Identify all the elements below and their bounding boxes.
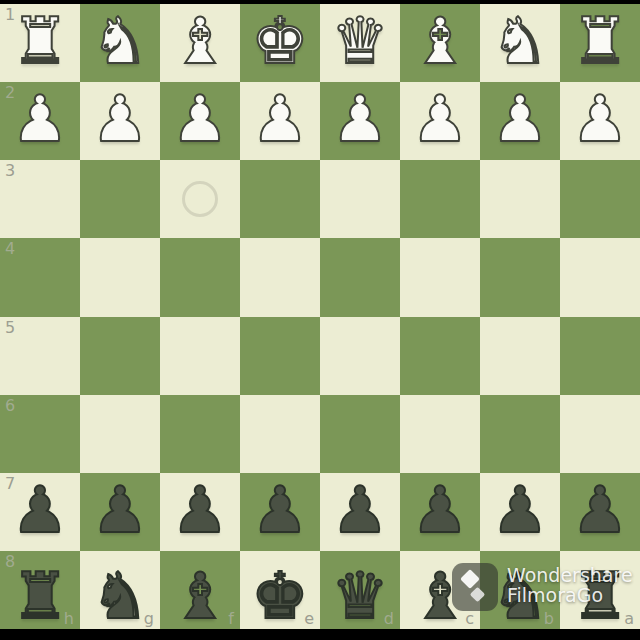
watermark-text: Wondershare FilmoraGo (507, 566, 633, 606)
piece-white-knight[interactable]: ♞ (491, 9, 548, 73)
square-a7[interactable]: ♟ (560, 473, 640, 551)
rank-label-4: 4 (5, 241, 15, 257)
square-h1[interactable]: 1♜ (0, 4, 80, 82)
video-frame: 1♜♞♝♚♛♝♞♜2♟♟♟♟♟♟♟♟34567♟♟♟♟♟♟♟♟8h♜g♞f♝e♚… (0, 0, 640, 640)
piece-white-pawn[interactable]: ♟ (251, 87, 308, 151)
square-f7[interactable]: ♟ (160, 473, 240, 551)
piece-black-rook[interactable]: ♜ (11, 564, 68, 628)
piece-black-pawn[interactable]: ♟ (91, 478, 148, 542)
watermark-line1: Wondershare (507, 566, 633, 586)
square-h4[interactable]: 4 (0, 238, 80, 316)
square-f5[interactable] (160, 317, 240, 395)
square-h5[interactable]: 5 (0, 317, 80, 395)
square-h6[interactable]: 6 (0, 395, 80, 473)
square-f3[interactable] (160, 160, 240, 238)
square-h8[interactable]: 8h♜ (0, 551, 80, 629)
piece-white-rook[interactable]: ♜ (571, 9, 628, 73)
square-e8[interactable]: e♚ (240, 551, 320, 629)
piece-black-pawn[interactable]: ♟ (411, 478, 468, 542)
square-e4[interactable] (240, 238, 320, 316)
piece-white-pawn[interactable]: ♟ (91, 87, 148, 151)
piece-white-king[interactable]: ♚ (251, 9, 308, 73)
piece-black-pawn[interactable]: ♟ (11, 478, 68, 542)
square-a6[interactable] (560, 395, 640, 473)
square-a3[interactable] (560, 160, 640, 238)
rank-label-6: 6 (5, 398, 15, 414)
chess-board: 1♜♞♝♚♛♝♞♜2♟♟♟♟♟♟♟♟34567♟♟♟♟♟♟♟♟8h♜g♞f♝e♚… (0, 4, 640, 629)
square-e6[interactable] (240, 395, 320, 473)
move-hint-ring (182, 181, 218, 217)
square-c5[interactable] (400, 317, 480, 395)
piece-black-queen[interactable]: ♛ (331, 564, 388, 628)
square-g4[interactable] (80, 238, 160, 316)
square-d5[interactable] (320, 317, 400, 395)
letterbox-top-bar (0, 0, 640, 4)
filmora-logo-icon (452, 563, 498, 611)
square-g5[interactable] (80, 317, 160, 395)
piece-black-pawn[interactable]: ♟ (571, 478, 628, 542)
square-d1[interactable]: ♛ (320, 4, 400, 82)
square-g1[interactable]: ♞ (80, 4, 160, 82)
piece-white-pawn[interactable]: ♟ (331, 87, 388, 151)
square-b3[interactable] (480, 160, 560, 238)
rank-label-3: 3 (5, 163, 15, 179)
square-d3[interactable] (320, 160, 400, 238)
piece-black-pawn[interactable]: ♟ (171, 478, 228, 542)
letterbox-bottom-bar (0, 629, 640, 640)
square-e1[interactable]: ♚ (240, 4, 320, 82)
watermark-line2: FilmoraGo (507, 586, 633, 606)
square-h3[interactable]: 3 (0, 160, 80, 238)
square-b5[interactable] (480, 317, 560, 395)
square-b4[interactable] (480, 238, 560, 316)
square-a4[interactable] (560, 238, 640, 316)
square-g8[interactable]: g♞ (80, 551, 160, 629)
watermark: Wondershare FilmoraGo (452, 563, 633, 611)
square-h7[interactable]: 7♟ (0, 473, 80, 551)
square-g3[interactable] (80, 160, 160, 238)
square-d4[interactable] (320, 238, 400, 316)
file-label-f: f (228, 611, 234, 627)
square-b2[interactable]: ♟ (480, 82, 560, 160)
piece-white-bishop[interactable]: ♝ (411, 9, 468, 73)
square-g6[interactable] (80, 395, 160, 473)
square-c4[interactable] (400, 238, 480, 316)
square-e2[interactable]: ♟ (240, 82, 320, 160)
square-g2[interactable]: ♟ (80, 82, 160, 160)
square-e5[interactable] (240, 317, 320, 395)
piece-white-rook[interactable]: ♜ (11, 9, 68, 73)
square-b7[interactable]: ♟ (480, 473, 560, 551)
square-f6[interactable] (160, 395, 240, 473)
piece-black-king[interactable]: ♚ (251, 564, 308, 628)
square-d6[interactable] (320, 395, 400, 473)
square-e3[interactable] (240, 160, 320, 238)
piece-black-pawn[interactable]: ♟ (331, 478, 388, 542)
piece-white-pawn[interactable]: ♟ (11, 87, 68, 151)
square-f1[interactable]: ♝ (160, 4, 240, 82)
square-f8[interactable]: f♝ (160, 551, 240, 629)
square-c2[interactable]: ♟ (400, 82, 480, 160)
square-d8[interactable]: d♛ (320, 551, 400, 629)
square-b6[interactable] (480, 395, 560, 473)
filmora-diamond-small-icon (470, 587, 486, 603)
square-h2[interactable]: 2♟ (0, 82, 80, 160)
piece-white-bishop[interactable]: ♝ (171, 9, 228, 73)
piece-white-pawn[interactable]: ♟ (491, 87, 548, 151)
square-a2[interactable]: ♟ (560, 82, 640, 160)
square-f4[interactable] (160, 238, 240, 316)
square-c1[interactable]: ♝ (400, 4, 480, 82)
square-c7[interactable]: ♟ (400, 473, 480, 551)
square-b1[interactable]: ♞ (480, 4, 560, 82)
piece-black-pawn[interactable]: ♟ (251, 478, 308, 542)
square-e7[interactable]: ♟ (240, 473, 320, 551)
square-a1[interactable]: ♜ (560, 4, 640, 82)
square-d7[interactable]: ♟ (320, 473, 400, 551)
piece-white-pawn[interactable]: ♟ (171, 87, 228, 151)
piece-white-knight[interactable]: ♞ (91, 9, 148, 73)
piece-black-knight[interactable]: ♞ (91, 564, 148, 628)
square-a5[interactable] (560, 317, 640, 395)
piece-white-queen[interactable]: ♛ (331, 9, 388, 73)
filmora-diamond-icon (460, 569, 480, 589)
piece-white-pawn[interactable]: ♟ (571, 87, 628, 151)
square-f2[interactable]: ♟ (160, 82, 240, 160)
rank-label-5: 5 (5, 320, 15, 336)
piece-black-pawn[interactable]: ♟ (491, 478, 548, 542)
square-c3[interactable] (400, 160, 480, 238)
piece-black-bishop[interactable]: ♝ (171, 564, 228, 628)
piece-white-pawn[interactable]: ♟ (411, 87, 468, 151)
square-g7[interactable]: ♟ (80, 473, 160, 551)
square-d2[interactable]: ♟ (320, 82, 400, 160)
square-c6[interactable] (400, 395, 480, 473)
